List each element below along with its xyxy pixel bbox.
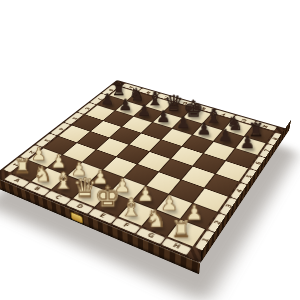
photo-scene: ♜♞♝♛♚♝♞♜♟♟♟♟♟♟♟♟♟♟♟♟♟♟♟♟♜♞♝♛♚♝♞♜ ABCDEFG… (0, 0, 300, 300)
piece-black-pawn-f7[interactable]: ♟ (196, 121, 211, 137)
piece-black-pawn-b7[interactable]: ♟ (118, 97, 132, 112)
square-g5[interactable] (193, 154, 225, 174)
chess-box: ♜♞♝♛♚♝♞♜♟♟♟♟♟♟♟♟♟♟♟♟♟♟♟♟♜♞♝♛♚♝♞♜ ABCDEFG… (0, 80, 290, 263)
piece-white-bishop-c1[interactable]: ♝ (52, 170, 73, 193)
piece-white-queen-d1[interactable]: ♛ (72, 175, 96, 202)
piece-black-pawn-h7[interactable]: ♟ (239, 134, 254, 151)
piece-black-pawn-g7[interactable]: ♟ (217, 127, 232, 144)
piece-black-pawn-e7[interactable]: ♟ (176, 115, 190, 131)
piece-white-knight-g1[interactable]: ♞ (144, 206, 165, 230)
piece-black-pawn-c7[interactable]: ♟ (137, 103, 151, 119)
piece-black-pawn-d7[interactable]: ♟ (156, 109, 170, 125)
piece-white-king-e1[interactable]: ♚ (94, 182, 120, 211)
piece-white-knight-b1[interactable]: ♞ (32, 163, 51, 185)
piece-white-rook-h1[interactable]: ♜ (170, 217, 191, 240)
piece-black-pawn-a7[interactable]: ♟ (100, 92, 114, 107)
piece-white-bishop-f1[interactable]: ♝ (120, 196, 142, 221)
piece-white-rook-a1[interactable]: ♜ (13, 156, 31, 176)
